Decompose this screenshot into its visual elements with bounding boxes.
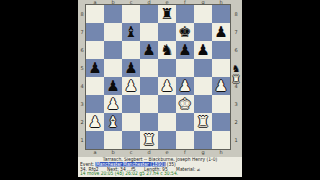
rank-label-1: 1 (79, 131, 85, 149)
material-balance: Material: ≠ (176, 167, 200, 172)
square-g3 (194, 95, 212, 113)
rank-label-4: 4 (79, 77, 85, 95)
captured-material: ♞ ♜ (230, 63, 242, 85)
square-a8 (86, 5, 104, 23)
square-b1 (104, 131, 122, 149)
white-pawn-h4: ♟ (214, 77, 227, 95)
black-pawn-c5: ♟ (124, 59, 137, 77)
square-h1 (212, 131, 230, 149)
white-pawn-a2: ♟ (88, 113, 101, 131)
black-pawn-g6: ♟ (196, 41, 209, 59)
square-a4 (86, 77, 104, 95)
black-bishop-c7: ♝ (124, 23, 137, 41)
square-h5 (212, 59, 230, 77)
square-c3 (122, 95, 140, 113)
rank-label-7: 7 (233, 23, 239, 41)
rank-label-6: 6 (79, 41, 85, 59)
black-pawn-a5: ♟ (88, 59, 101, 77)
square-e7 (158, 23, 176, 41)
square-b4: ♟ (104, 77, 122, 95)
black-king-f7: ♚ (178, 23, 191, 41)
square-a3 (86, 95, 104, 113)
square-a7 (86, 23, 104, 41)
square-c4: ♟ (122, 77, 140, 95)
square-b2: ♝ (104, 113, 122, 131)
square-g4 (194, 77, 212, 95)
captured-white-rook-icon: ♜ (232, 74, 241, 85)
rank-label-3: 3 (233, 95, 239, 113)
square-d2 (140, 113, 158, 131)
letterbox-left (0, 0, 78, 180)
letterbox-right (242, 0, 320, 180)
square-a1 (86, 131, 104, 149)
square-g2: ♜ (194, 113, 212, 131)
square-h4: ♟ (212, 77, 230, 95)
square-f1 (176, 131, 194, 149)
file-label-f: f (176, 150, 194, 156)
square-a2: ♟ (86, 113, 104, 131)
square-f3: ♚ (176, 95, 194, 113)
rank-label-8: 8 (79, 5, 85, 23)
rank-label-2: 2 (79, 113, 85, 131)
square-b3: ♟ (104, 95, 122, 113)
square-b6 (104, 41, 122, 59)
captured-black-knight-icon: ♞ (232, 63, 241, 74)
square-c8 (122, 5, 140, 23)
square-f2 (176, 113, 194, 131)
square-g6: ♟ (194, 41, 212, 59)
square-b8 (104, 5, 122, 23)
square-f5 (176, 59, 194, 77)
square-g7 (194, 23, 212, 41)
square-f8 (176, 5, 194, 23)
square-g5 (194, 59, 212, 77)
square-c5: ♟ (122, 59, 140, 77)
square-e3 (158, 95, 176, 113)
white-pawn-b3: ♟ (106, 95, 119, 113)
black-knight-e6: ♞ (160, 41, 173, 59)
square-e5 (158, 59, 176, 77)
white-pawn-f4: ♟ (178, 77, 191, 95)
video-frame: abcdefgh abcdefgh 87654321 87654321 ♜♝♚♟… (0, 0, 320, 180)
square-f4: ♟ (176, 77, 194, 95)
square-h2 (212, 113, 230, 131)
square-d3 (140, 95, 158, 113)
black-pawn-h7: ♟ (214, 23, 227, 41)
square-g1 (194, 131, 212, 149)
white-bishop-b2: ♝ (106, 113, 119, 131)
square-h7: ♟ (212, 23, 230, 41)
file-label-e: e (158, 150, 176, 156)
rank-label-5: 5 (79, 59, 85, 77)
black-pawn-f6: ♟ (178, 41, 191, 59)
square-a5: ♟ (86, 59, 104, 77)
square-e6: ♞ (158, 41, 176, 59)
file-label-g: g (194, 150, 212, 156)
status-line: 14 move 20:05 (48) 26:02 g5 27.h4 c 30:5… (78, 172, 242, 177)
square-e2 (158, 113, 176, 131)
square-e4: ♟ (158, 77, 176, 95)
square-c2 (122, 113, 140, 131)
square-d4 (140, 77, 158, 95)
square-f7: ♚ (176, 23, 194, 41)
white-pawn-e4: ♟ (160, 77, 173, 95)
rank-label-1: 1 (233, 131, 239, 149)
rank-label-3: 3 (79, 95, 85, 113)
game-info-panel: Tarrasch, Siegbert -- Blackburne, Joseph… (78, 157, 242, 177)
white-king-f3: ♚ (178, 95, 191, 113)
rank-label-7: 7 (79, 23, 85, 41)
black-pawn-d6: ♟ (142, 41, 155, 59)
square-f6: ♟ (176, 41, 194, 59)
square-c1 (122, 131, 140, 149)
file-label-c: c (122, 150, 140, 156)
square-b5 (104, 59, 122, 77)
rank-label-2: 2 (233, 113, 239, 131)
square-d8 (140, 5, 158, 23)
square-d6: ♟ (140, 41, 158, 59)
square-d5 (140, 59, 158, 77)
square-h8 (212, 5, 230, 23)
white-pawn-c4: ♟ (124, 77, 137, 95)
square-d7 (140, 23, 158, 41)
white-rook-g2: ♜ (196, 113, 209, 131)
square-g8 (194, 5, 212, 23)
white-rook-d1: ♜ (142, 131, 155, 149)
square-c6 (122, 41, 140, 59)
square-d1: ♜ (140, 131, 158, 149)
square-h3 (212, 95, 230, 113)
black-pawn-b4: ♟ (106, 77, 119, 95)
chess-board: ♜♝♚♟♟♞♟♟♟♟♟♟♟♟♟♟♚♟♝♜♜ (86, 5, 230, 149)
square-h6 (212, 41, 230, 59)
file-label-d: d (140, 150, 158, 156)
square-b7 (104, 23, 122, 41)
square-e8: ♜ (158, 5, 176, 23)
file-labels-bottom: abcdefgh (86, 150, 230, 156)
square-c7: ♝ (122, 23, 140, 41)
rank-label-6: 6 (233, 41, 239, 59)
file-label-h: h (212, 150, 230, 156)
square-a6 (86, 41, 104, 59)
file-label-a: a (86, 150, 104, 156)
square-e1 (158, 131, 176, 149)
black-rook-e8: ♜ (160, 5, 173, 23)
rank-label-8: 8 (233, 5, 239, 23)
file-label-b: b (104, 150, 122, 156)
rank-labels-left: 87654321 (79, 5, 85, 149)
board-panel: abcdefgh abcdefgh 87654321 87654321 ♜♝♚♟… (78, 0, 242, 157)
